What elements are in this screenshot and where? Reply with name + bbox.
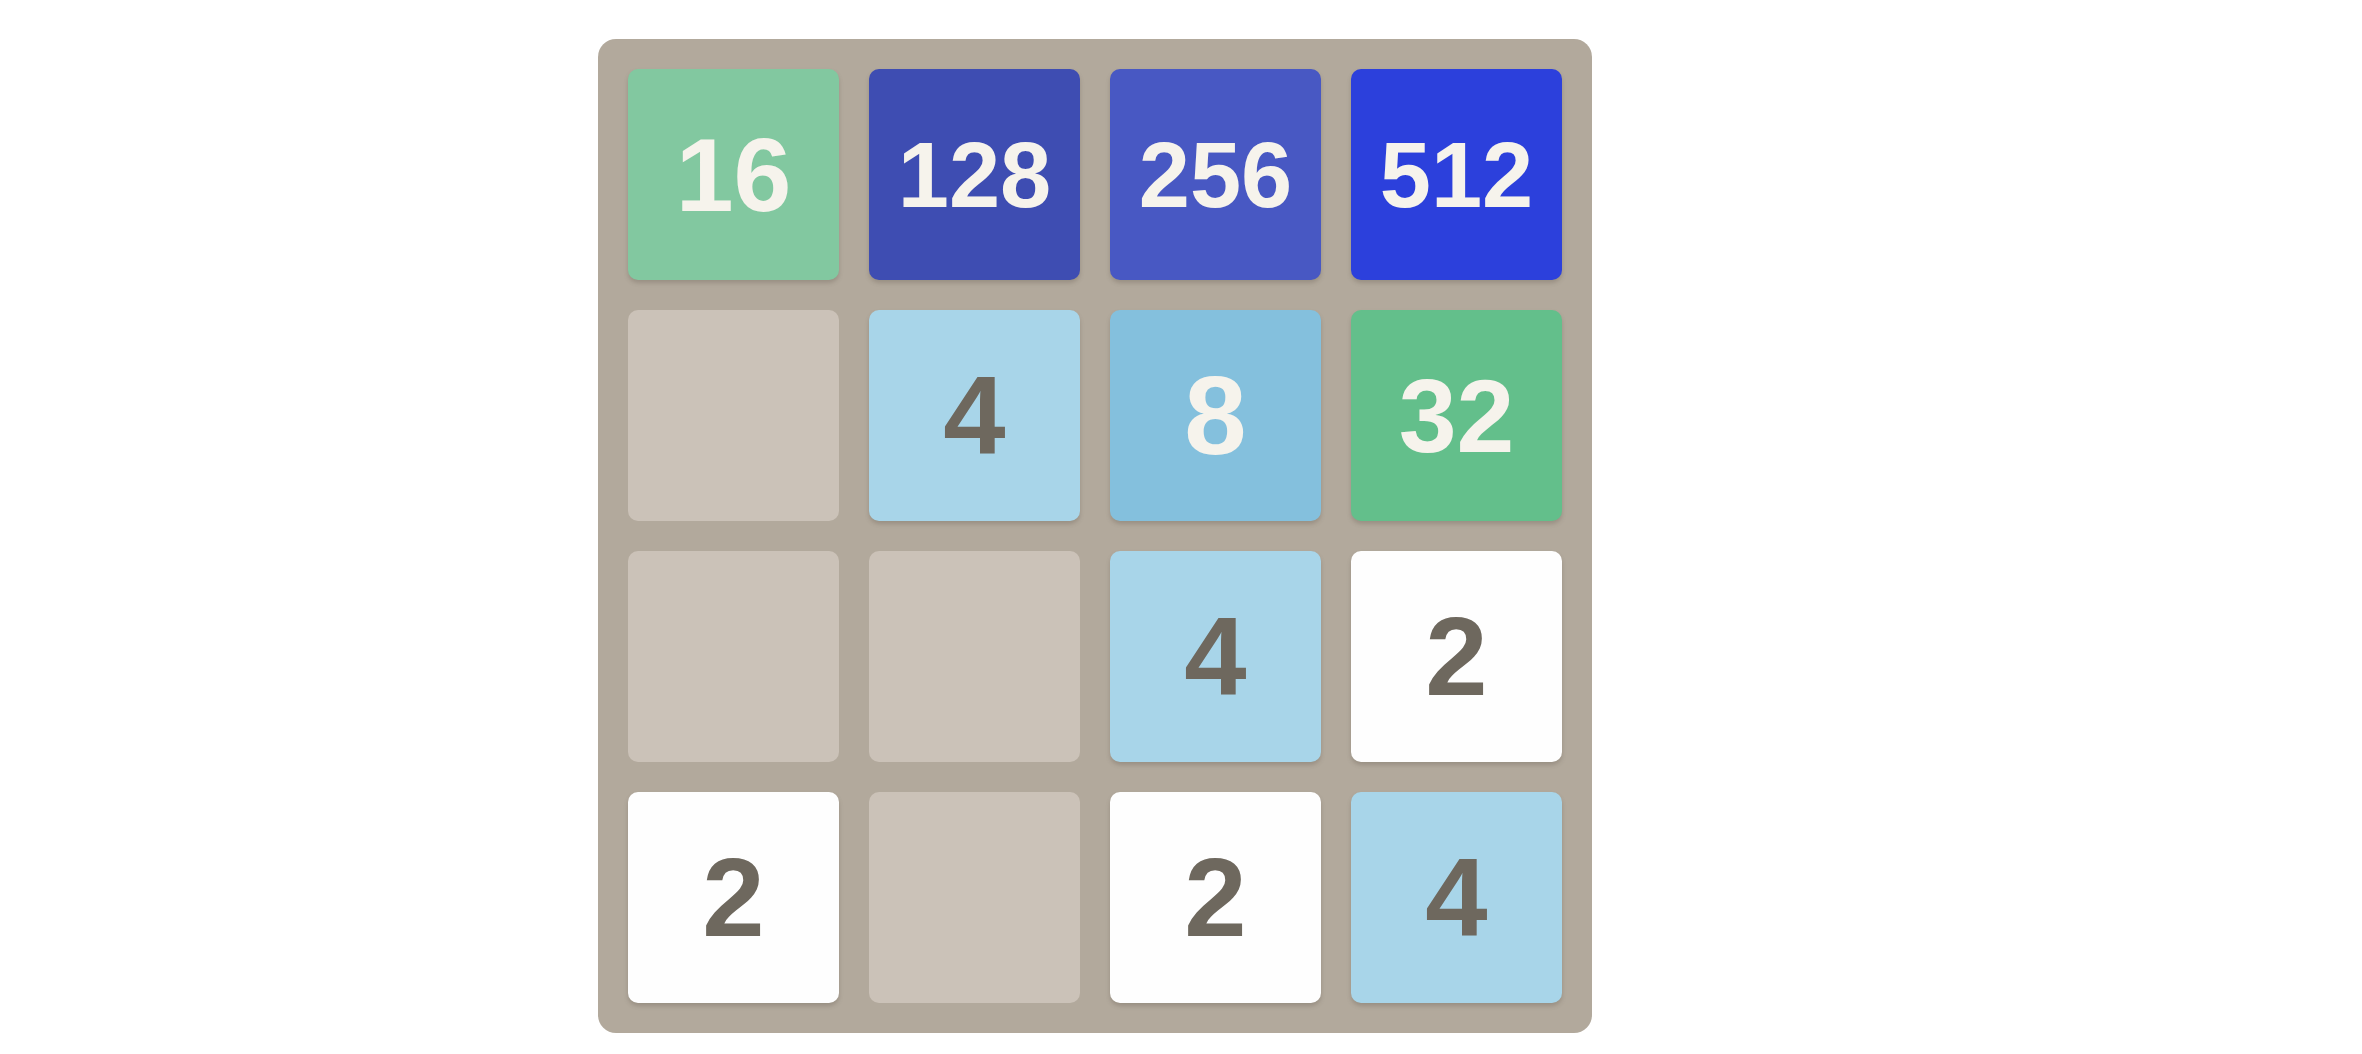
tile-16-r1c1: 16 <box>628 69 839 280</box>
empty-cell-r4c2 <box>869 792 1080 1003</box>
tile-4-r2c2: 4 <box>869 310 1080 521</box>
tile-256-r1c3: 256 <box>1110 69 1321 280</box>
game-board-2048[interactable]: 16128256512483242224 <box>598 39 1592 1033</box>
page-background: 16128256512483242224 <box>0 0 2362 1054</box>
empty-cell-r3c1 <box>628 551 839 762</box>
tile-128-r1c2: 128 <box>869 69 1080 280</box>
tile-32-r2c4: 32 <box>1351 310 1562 521</box>
tile-4-r4c4: 4 <box>1351 792 1562 1003</box>
tile-2-r4c1: 2 <box>628 792 839 1003</box>
tile-512-r1c4: 512 <box>1351 69 1562 280</box>
tile-8-r2c3: 8 <box>1110 310 1321 521</box>
empty-cell-r2c1 <box>628 310 839 521</box>
tile-2-r3c4: 2 <box>1351 551 1562 762</box>
tile-2-r4c3: 2 <box>1110 792 1321 1003</box>
tile-4-r3c3: 4 <box>1110 551 1321 762</box>
empty-cell-r3c2 <box>869 551 1080 762</box>
